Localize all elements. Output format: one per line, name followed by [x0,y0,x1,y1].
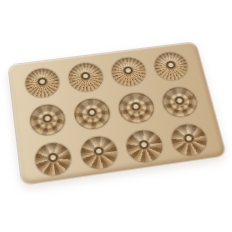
bundt-cavity-r1c4 [148,48,194,85]
center-post [164,60,177,71]
bundt-cavity-r3c3 [121,125,169,167]
bundt-cavity-r3c1 [30,138,77,181]
center-post [92,145,106,158]
center-post [137,139,151,151]
white-background [0,0,232,232]
center-post [129,101,143,113]
bundt-cavity-r2c4 [157,82,204,121]
cavity-bowl [67,61,105,94]
cavity-bowl [79,134,120,171]
center-post [36,76,49,87]
center-post [79,71,92,82]
bundt-cavity-r2c2 [69,94,115,134]
cavity-bowl [33,141,73,178]
center-post [46,152,60,165]
center-post [173,95,187,106]
bundt-cavity-r3c4 [165,119,214,161]
center-post [85,107,98,119]
bundt-cavity-r1c3 [106,53,151,91]
center-post [122,65,135,76]
cavity-bowl [23,67,61,100]
cavity-bowl [124,128,165,164]
center-post [182,133,196,145]
cavity-bowl [160,85,201,119]
cavity-bowl [168,122,210,158]
center-post [41,113,54,125]
bundt-pan [8,42,226,185]
cavity-bowl [73,97,112,132]
cavity-bowl [117,91,157,125]
bundt-cavity-r2c3 [113,88,160,128]
bundt-cavity-r3c2 [76,131,123,174]
cavity-bowl [28,102,67,137]
bundt-cavity-r1c1 [20,64,64,102]
bundt-pan-wrapper [15,42,213,176]
cavity-bowl [152,50,191,82]
bundt-cavity-r2c1 [25,100,70,141]
cavity-bowl [109,56,148,88]
bundt-cavity-r1c2 [64,58,108,96]
